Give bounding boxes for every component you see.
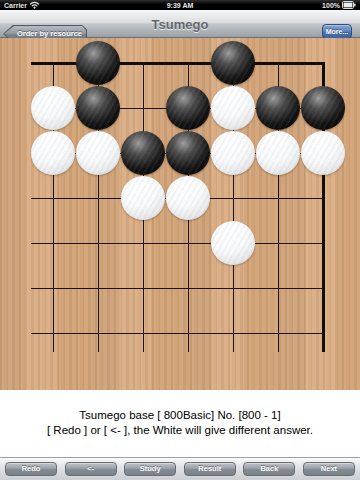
board-intersection[interactable] [211, 311, 256, 356]
black-stone [211, 41, 255, 85]
white-stone [256, 131, 300, 175]
black-stone [166, 131, 210, 175]
app-screen: Carrier 9:39 AM 100% Order by resource T… [0, 0, 360, 480]
board-intersection[interactable] [211, 176, 256, 221]
board-intersection[interactable] [76, 41, 121, 86]
board-intersection[interactable] [76, 86, 121, 131]
board-intersection[interactable] [121, 221, 166, 266]
board-intersection[interactable] [256, 311, 301, 356]
info-panel: Tsumego base [ 800Basic] No. [800 - 1] [… [0, 390, 360, 457]
white-stone [31, 131, 75, 175]
bottom-toolbar: Redo<-StudyResultBackNext [0, 457, 360, 480]
board-intersection[interactable] [121, 176, 166, 221]
board-intersection[interactable] [301, 266, 346, 311]
board-intersection[interactable] [256, 131, 301, 176]
board-intersection[interactable] [301, 131, 346, 176]
board-intersection[interactable] [31, 221, 76, 266]
next-button[interactable]: Next [303, 462, 355, 476]
undo-arrow-button[interactable]: <- [65, 462, 117, 476]
board-intersection[interactable] [166, 131, 211, 176]
white-stone [31, 86, 75, 130]
black-stone [76, 41, 120, 85]
board-intersection[interactable] [31, 131, 76, 176]
toolbar-button-label: Redo [6, 463, 56, 475]
more-button[interactable]: More... [322, 24, 352, 39]
board-intersection[interactable] [121, 131, 166, 176]
board-intersection[interactable] [121, 266, 166, 311]
navigation-bar: Order by resource Tsumego More... [0, 10, 360, 38]
board-grid [31, 41, 346, 356]
black-stone [76, 86, 120, 130]
board-intersection[interactable] [301, 311, 346, 356]
board-intersection[interactable] [166, 176, 211, 221]
board-intersection[interactable] [166, 221, 211, 266]
board-intersection[interactable] [31, 311, 76, 356]
study-button[interactable]: Study [124, 462, 176, 476]
board-intersection[interactable] [121, 41, 166, 86]
board-intersection[interactable] [166, 311, 211, 356]
board-intersection[interactable] [76, 266, 121, 311]
board-intersection[interactable] [31, 41, 76, 86]
board-intersection[interactable] [76, 311, 121, 356]
board-intersection[interactable] [31, 86, 76, 131]
white-stone [211, 86, 255, 130]
board-intersection[interactable] [76, 221, 121, 266]
toolbar-button-label: Result [185, 463, 235, 475]
board-intersection[interactable] [76, 176, 121, 221]
white-stone [166, 176, 210, 220]
black-stone [121, 131, 165, 175]
board-intersection[interactable] [301, 41, 346, 86]
board-intersection[interactable] [76, 131, 121, 176]
status-bar: Carrier 9:39 AM 100% [0, 0, 360, 10]
board-intersection[interactable] [211, 221, 256, 266]
toolbar-button-label: Back [244, 463, 294, 475]
go-board[interactable] [0, 38, 360, 390]
toolbar-button-label: Next [304, 463, 354, 475]
black-stone [256, 86, 300, 130]
white-stone [211, 131, 255, 175]
board-intersection[interactable] [211, 131, 256, 176]
board-intersection[interactable] [256, 221, 301, 266]
black-stone [301, 86, 345, 130]
board-intersection[interactable] [301, 176, 346, 221]
redo-button[interactable]: Redo [5, 462, 57, 476]
white-stone [121, 176, 165, 220]
white-stone [211, 221, 255, 265]
board-intersection[interactable] [166, 86, 211, 131]
board-intersection[interactable] [166, 266, 211, 311]
board-intersection[interactable] [256, 176, 301, 221]
board-intersection[interactable] [211, 41, 256, 86]
back-button[interactable]: Back [243, 462, 295, 476]
board-intersection[interactable] [31, 266, 76, 311]
problem-info-text: Tsumego base [ 800Basic] No. [800 - 1] [0, 408, 360, 423]
toolbar-button-label: <- [66, 463, 116, 475]
clock-label: 9:39 AM [0, 2, 360, 9]
board-intersection[interactable] [256, 41, 301, 86]
board-intersection[interactable] [121, 86, 166, 131]
board-intersection[interactable] [211, 86, 256, 131]
board-intersection[interactable] [301, 221, 346, 266]
board-intersection[interactable] [31, 176, 76, 221]
page-title: Tsumego [0, 17, 360, 32]
toolbar-button-label: Study [125, 463, 175, 475]
board-intersection[interactable] [256, 86, 301, 131]
board-intersection[interactable] [256, 266, 301, 311]
white-stone [301, 131, 345, 175]
board-intersection[interactable] [301, 86, 346, 131]
hint-text: [ Redo ] or [ <- ], the White will give … [0, 423, 360, 438]
more-button-label: More... [323, 25, 351, 38]
board-intersection[interactable] [121, 311, 166, 356]
black-stone [166, 86, 210, 130]
board-intersection[interactable] [166, 41, 211, 86]
result-button[interactable]: Result [184, 462, 236, 476]
white-stone [76, 131, 120, 175]
board-intersection[interactable] [211, 266, 256, 311]
